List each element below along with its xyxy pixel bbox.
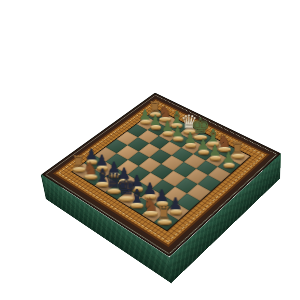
perspective-view: ♜♞♝♛♚♝♞♜♟♟♟♟♟♟♟♟♟♟♟♟♟♟♟♟♜♞♝♛♚♝♞♜ — [0, 0, 300, 300]
square-b1[interactable] — [158, 115, 179, 128]
square-b4[interactable] — [127, 137, 148, 151]
product-photo: ♜♞♝♛♚♝♞♜♟♟♟♟♟♟♟♟♟♟♟♟♟♟♟♟♜♞♝♛♚♝♞♜ — [0, 0, 300, 300]
square-a1[interactable] — [147, 109, 167, 122]
square-d3[interactable] — [160, 141, 182, 155]
square-a3[interactable] — [127, 124, 148, 137]
square-c4[interactable] — [138, 143, 160, 157]
piece-base — [157, 219, 171, 225]
board-surface: ♜♞♝♛♚♝♞♜♟♟♟♟♟♟♟♟♟♟♟♟♟♟♟♟♜♞♝♛♚♝♞♜ — [41, 93, 281, 257]
square-d1[interactable] — [180, 126, 201, 140]
square-d2[interactable] — [170, 134, 191, 148]
square-a2[interactable] — [137, 117, 158, 130]
square-d4[interactable] — [150, 149, 172, 164]
square-c1[interactable] — [169, 120, 190, 133]
square-b3[interactable] — [138, 130, 159, 144]
square-b5[interactable] — [117, 145, 139, 159]
chess-box: ♜♞♝♛♚♝♞♜♟♟♟♟♟♟♟♟♟♟♟♟♟♟♟♟♜♞♝♛♚♝♞♜ — [41, 93, 281, 257]
square-e3[interactable] — [172, 147, 194, 162]
square-c2[interactable] — [159, 128, 180, 142]
piece-base — [223, 163, 234, 168]
square-a5[interactable] — [106, 139, 127, 153]
square-a4[interactable] — [116, 131, 137, 145]
square-b2[interactable] — [148, 122, 169, 135]
square-c3[interactable] — [149, 135, 170, 149]
